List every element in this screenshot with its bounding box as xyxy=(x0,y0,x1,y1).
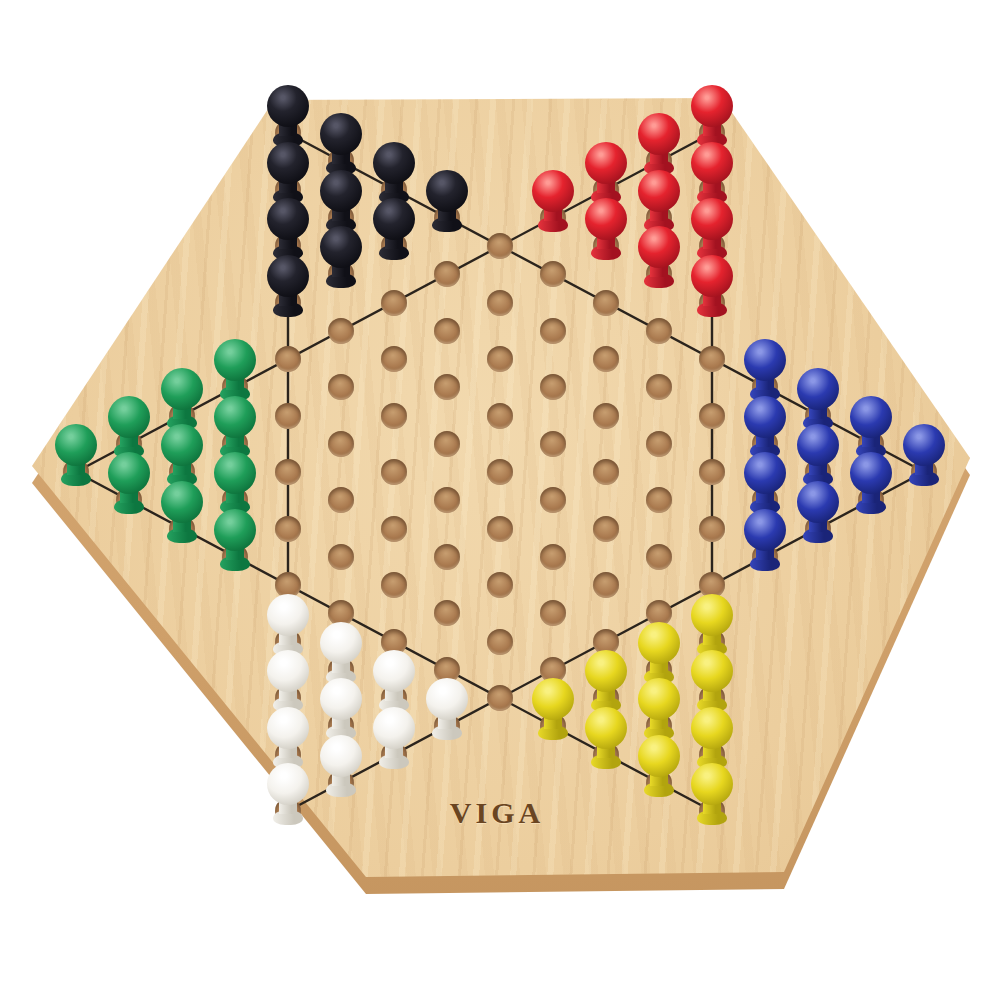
peg-yellow[interactable] xyxy=(637,622,681,684)
peg-red[interactable] xyxy=(637,226,681,288)
peg-head xyxy=(267,255,309,297)
peg-head xyxy=(585,707,627,749)
peg-blue[interactable] xyxy=(743,396,787,458)
hole[interactable] xyxy=(487,403,513,429)
peg-black[interactable] xyxy=(425,170,469,232)
peg-yellow[interactable] xyxy=(584,650,628,712)
hole[interactable] xyxy=(699,403,725,429)
hole[interactable] xyxy=(487,346,513,372)
peg-black[interactable] xyxy=(266,142,310,204)
peg-head xyxy=(55,424,97,466)
peg-green[interactable] xyxy=(213,509,257,571)
peg-head xyxy=(532,170,574,212)
peg-head xyxy=(585,142,627,184)
peg-green[interactable] xyxy=(107,396,151,458)
peg-head xyxy=(691,85,733,127)
peg-red[interactable] xyxy=(531,170,575,232)
peg-white[interactable] xyxy=(372,707,416,769)
hole[interactable] xyxy=(540,544,566,570)
peg-blue[interactable] xyxy=(902,424,946,486)
peg-green[interactable] xyxy=(213,396,257,458)
hole[interactable] xyxy=(487,233,513,259)
peg-head xyxy=(691,142,733,184)
peg-head xyxy=(638,622,680,664)
hole[interactable] xyxy=(275,459,301,485)
peg-head xyxy=(691,255,733,297)
peg-blue[interactable] xyxy=(743,339,787,401)
peg-red[interactable] xyxy=(690,255,734,317)
peg-head xyxy=(267,198,309,240)
peg-head xyxy=(744,339,786,381)
peg-yellow[interactable] xyxy=(690,650,734,712)
peg-green[interactable] xyxy=(213,339,257,401)
hole[interactable] xyxy=(381,572,407,598)
peg-yellow[interactable] xyxy=(690,594,734,656)
hole[interactable] xyxy=(487,685,513,711)
peg-black[interactable] xyxy=(372,142,416,204)
peg-head xyxy=(585,198,627,240)
peg-head xyxy=(320,678,362,720)
hole[interactable] xyxy=(487,459,513,485)
peg-head xyxy=(161,424,203,466)
hole[interactable] xyxy=(646,431,672,457)
hole[interactable] xyxy=(699,346,725,372)
peg-head xyxy=(161,368,203,410)
peg-head xyxy=(691,198,733,240)
hole[interactable] xyxy=(540,318,566,344)
peg-head xyxy=(214,452,256,494)
peg-head xyxy=(638,226,680,268)
peg-green[interactable] xyxy=(160,481,204,543)
hole[interactable] xyxy=(381,403,407,429)
peg-white[interactable] xyxy=(319,678,363,740)
hole[interactable] xyxy=(487,516,513,542)
hole[interactable] xyxy=(275,346,301,372)
peg-black[interactable] xyxy=(266,255,310,317)
peg-head xyxy=(320,622,362,664)
hole[interactable] xyxy=(381,346,407,372)
peg-red[interactable] xyxy=(584,198,628,260)
peg-blue[interactable] xyxy=(796,481,840,543)
peg-red[interactable] xyxy=(637,170,681,232)
hole[interactable] xyxy=(646,318,672,344)
peg-head xyxy=(532,678,574,720)
peg-yellow[interactable] xyxy=(690,763,734,825)
peg-head xyxy=(638,113,680,155)
peg-head xyxy=(691,650,733,692)
peg-blue[interactable] xyxy=(743,509,787,571)
hole[interactable] xyxy=(699,516,725,542)
peg-head xyxy=(797,481,839,523)
peg-head xyxy=(214,509,256,551)
peg-black[interactable] xyxy=(266,85,310,147)
peg-white[interactable] xyxy=(266,594,310,656)
hole[interactable] xyxy=(646,544,672,570)
peg-head xyxy=(214,396,256,438)
peg-head xyxy=(320,113,362,155)
hole[interactable] xyxy=(275,516,301,542)
peg-red[interactable] xyxy=(690,142,734,204)
peg-blue[interactable] xyxy=(796,424,840,486)
peg-head xyxy=(373,142,415,184)
hole[interactable] xyxy=(381,516,407,542)
peg-black[interactable] xyxy=(372,198,416,260)
hole[interactable] xyxy=(593,516,619,542)
peg-black[interactable] xyxy=(266,198,310,260)
hole[interactable] xyxy=(699,459,725,485)
hole[interactable] xyxy=(593,572,619,598)
peg-yellow[interactable] xyxy=(637,735,681,797)
peg-head xyxy=(691,594,733,636)
peg-white[interactable] xyxy=(372,650,416,712)
peg-yellow[interactable] xyxy=(584,707,628,769)
peg-head xyxy=(320,226,362,268)
peg-green[interactable] xyxy=(160,368,204,430)
peg-head xyxy=(797,424,839,466)
peg-head xyxy=(638,678,680,720)
peg-black[interactable] xyxy=(319,113,363,175)
peg-head xyxy=(744,396,786,438)
peg-head xyxy=(267,85,309,127)
peg-head xyxy=(797,368,839,410)
peg-head xyxy=(320,170,362,212)
hole[interactable] xyxy=(434,431,460,457)
hole[interactable] xyxy=(328,318,354,344)
peg-blue[interactable] xyxy=(849,452,893,514)
peg-head xyxy=(267,142,309,184)
peg-head xyxy=(373,198,415,240)
peg-red[interactable] xyxy=(637,113,681,175)
hole[interactable] xyxy=(328,431,354,457)
hole[interactable] xyxy=(593,459,619,485)
product-photo: VIGA xyxy=(0,0,1000,1000)
peg-yellow[interactable] xyxy=(690,707,734,769)
peg-head xyxy=(108,452,150,494)
hole[interactable] xyxy=(540,431,566,457)
hole[interactable] xyxy=(487,290,513,316)
peg-red[interactable] xyxy=(584,142,628,204)
viga-logo: VIGA xyxy=(427,796,567,830)
peg-head xyxy=(744,509,786,551)
hole[interactable] xyxy=(593,403,619,429)
peg-white[interactable] xyxy=(319,622,363,684)
peg-white[interactable] xyxy=(266,763,310,825)
peg-head xyxy=(373,650,415,692)
peg-head xyxy=(426,678,468,720)
peg-black[interactable] xyxy=(319,226,363,288)
peg-head xyxy=(108,396,150,438)
peg-white[interactable] xyxy=(266,650,310,712)
peg-red[interactable] xyxy=(690,198,734,260)
hole[interactable] xyxy=(328,544,354,570)
peg-head xyxy=(320,735,362,777)
hole[interactable] xyxy=(434,544,460,570)
peg-blue[interactable] xyxy=(743,452,787,514)
peg-head xyxy=(161,481,203,523)
peg-green[interactable] xyxy=(54,424,98,486)
hole[interactable] xyxy=(275,403,301,429)
peg-head xyxy=(214,339,256,381)
peg-head xyxy=(850,452,892,494)
peg-head xyxy=(903,424,945,466)
hole[interactable] xyxy=(434,318,460,344)
hole[interactable] xyxy=(381,290,407,316)
peg-head xyxy=(691,707,733,749)
peg-yellow[interactable] xyxy=(637,678,681,740)
peg-green[interactable] xyxy=(213,452,257,514)
peg-head xyxy=(267,650,309,692)
peg-head xyxy=(585,650,627,692)
peg-white[interactable] xyxy=(425,678,469,740)
hole[interactable] xyxy=(487,572,513,598)
peg-head xyxy=(267,763,309,805)
hole[interactable] xyxy=(381,459,407,485)
peg-head xyxy=(638,735,680,777)
peg-head xyxy=(267,707,309,749)
peg-head xyxy=(691,763,733,805)
peg-head xyxy=(638,170,680,212)
peg-head xyxy=(267,594,309,636)
peg-head xyxy=(373,707,415,749)
peg-red[interactable] xyxy=(690,85,734,147)
peg-head xyxy=(850,396,892,438)
peg-black[interactable] xyxy=(319,170,363,232)
peg-white[interactable] xyxy=(319,735,363,797)
peg-head xyxy=(426,170,468,212)
peg-white[interactable] xyxy=(266,707,310,769)
hole[interactable] xyxy=(593,346,619,372)
hole[interactable] xyxy=(487,629,513,655)
hole[interactable] xyxy=(593,290,619,316)
peg-blue[interactable] xyxy=(796,368,840,430)
peg-yellow[interactable] xyxy=(531,678,575,740)
peg-green[interactable] xyxy=(107,452,151,514)
peg-green[interactable] xyxy=(160,424,204,486)
peg-head xyxy=(744,452,786,494)
peg-blue[interactable] xyxy=(849,396,893,458)
